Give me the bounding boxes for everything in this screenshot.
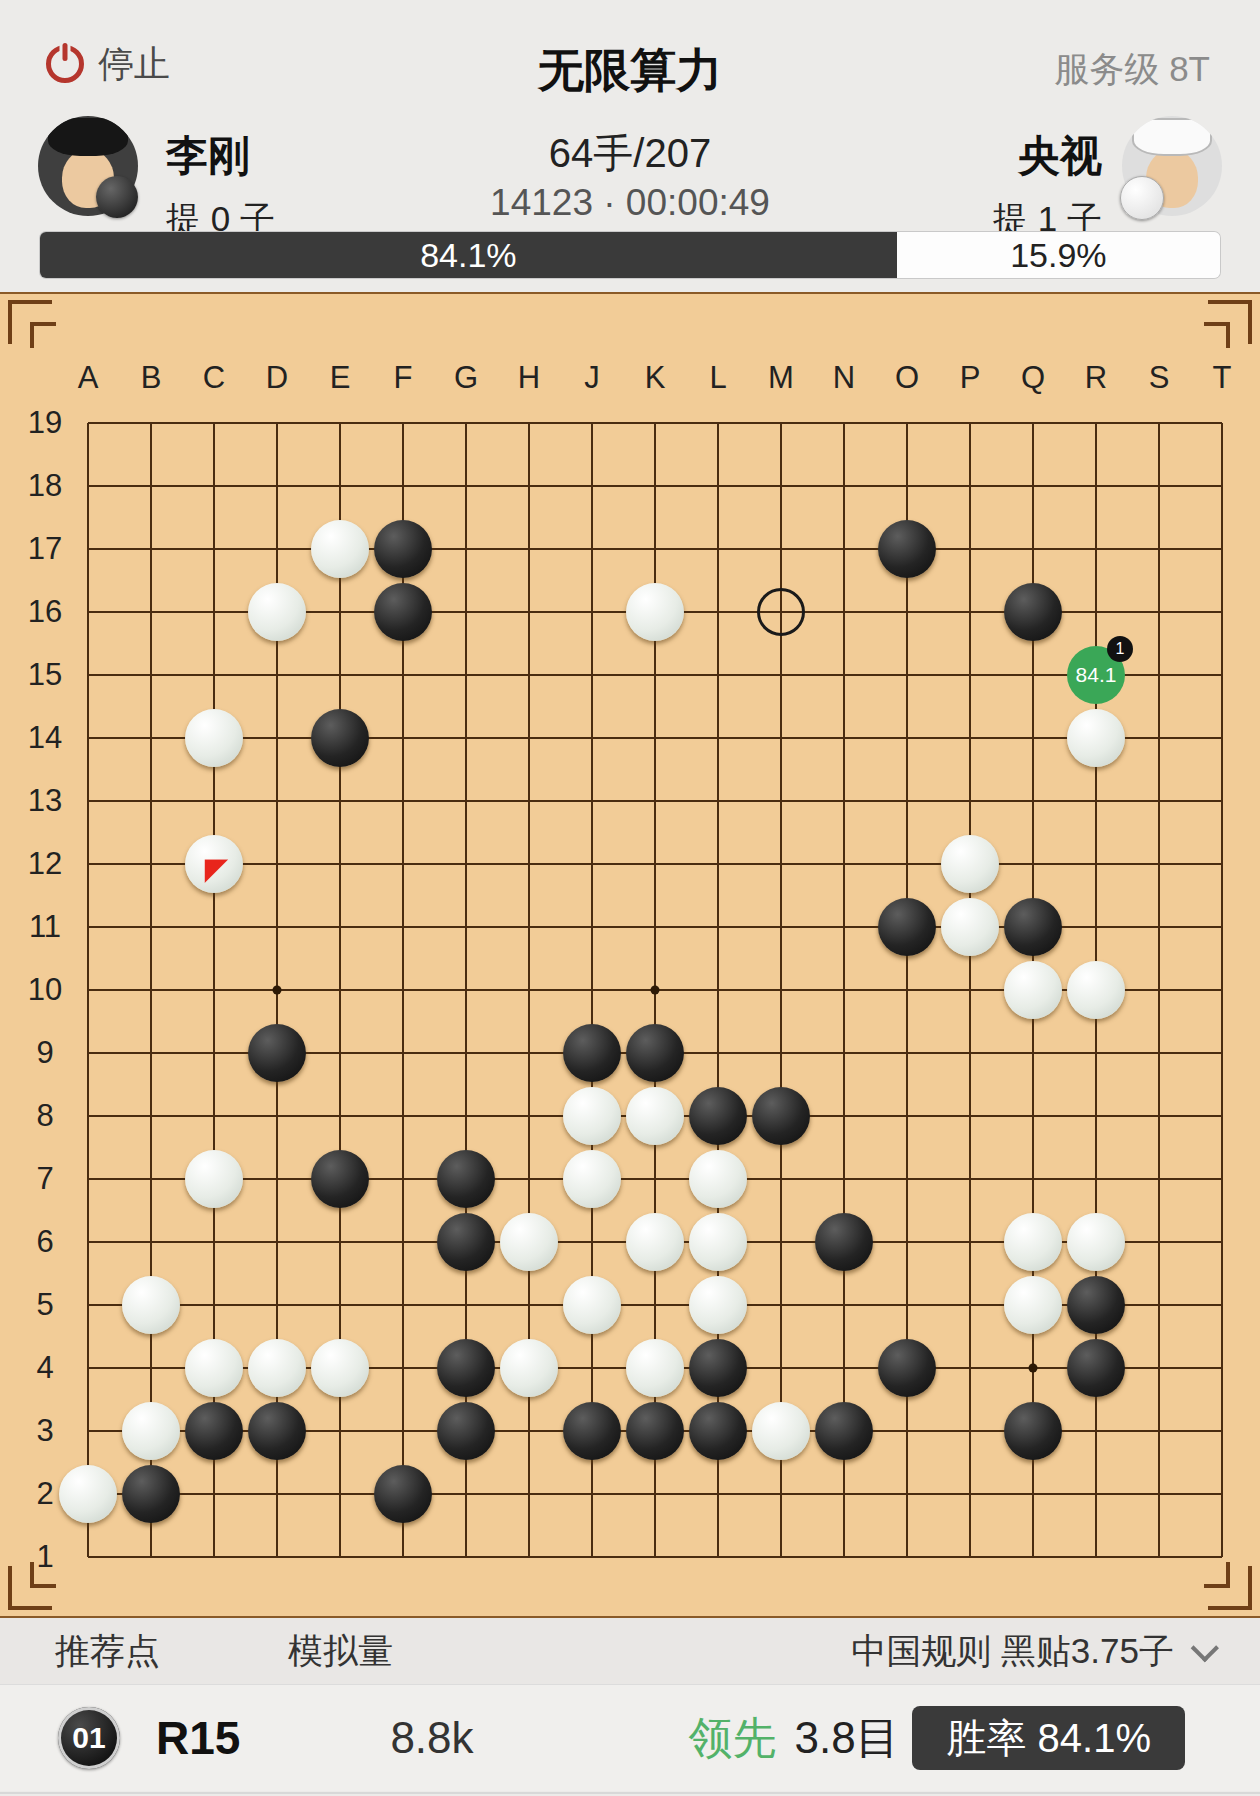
white-avatar-hat (1132, 118, 1212, 156)
white-stone (500, 1213, 558, 1271)
recommended-move: R15 (156, 1711, 240, 1765)
white-stone (248, 1339, 306, 1397)
black-stone (437, 1339, 495, 1397)
black-stone (437, 1402, 495, 1460)
white-stone (626, 583, 684, 641)
column-label: C (183, 360, 246, 396)
top-bar: 停止 无限算力 服务级 8T (0, 0, 1260, 110)
black-stone (752, 1087, 810, 1145)
rules-dropdown[interactable]: 中国规则 黑贴3.75子 (851, 1628, 1212, 1675)
board-field[interactable]: ABCDEFGHJKLMNOPQRST191817161514131211109… (0, 294, 1260, 1616)
lead-value: 3.8目 (795, 1709, 900, 1768)
black-stone (563, 1402, 621, 1460)
white-player-info: 央视 提 1 子 (993, 128, 1102, 243)
black-stone (689, 1087, 747, 1145)
column-label: O (876, 360, 939, 396)
white-stone (122, 1402, 180, 1460)
column-label: D (246, 360, 309, 396)
white-stone (185, 709, 243, 767)
star-point (1029, 1364, 1038, 1373)
column-label: P (939, 360, 1002, 396)
black-stone (878, 520, 936, 578)
column-label: T (1191, 360, 1254, 396)
lead-label: 领先 (689, 1709, 777, 1768)
service-level-label: 服务级 8T (1054, 46, 1210, 93)
row-label: 17 (10, 531, 80, 567)
white-stone (122, 1276, 180, 1334)
white-stone (311, 1339, 369, 1397)
grid-line (1158, 423, 1160, 1557)
white-stone (941, 898, 999, 956)
white-stone (1067, 1213, 1125, 1271)
black-stone (248, 1402, 306, 1460)
winrate-white-label: 15.9% (1010, 236, 1106, 275)
recommendation-row[interactable]: 01 R15 8.8k 领先 3.8目 胜率 84.1% (0, 1684, 1260, 1791)
grid-line (88, 1493, 1222, 1495)
white-stone (689, 1213, 747, 1271)
winrate-black-label: 84.1% (420, 236, 516, 275)
white-stone-indicator (1120, 176, 1164, 220)
rank-badge: 01 (58, 1707, 120, 1769)
white-stone (500, 1339, 558, 1397)
grid-line (843, 423, 845, 1557)
row-label: 8 (10, 1098, 80, 1134)
black-stone (1004, 583, 1062, 641)
white-stone (689, 1276, 747, 1334)
suggestion-rank-badge: 1 (1107, 636, 1133, 662)
simulations-label: 模拟量 (288, 1628, 393, 1675)
white-stone (311, 520, 369, 578)
simulation-count: 8.8k (390, 1713, 473, 1763)
column-label: S (1128, 360, 1191, 396)
black-stone (563, 1024, 621, 1082)
black-stone (374, 1465, 432, 1523)
white-stone (185, 1339, 243, 1397)
grid-line (969, 423, 971, 1557)
white-stone (563, 1087, 621, 1145)
column-label: A (57, 360, 120, 396)
star-point (651, 986, 660, 995)
star-point (273, 986, 282, 995)
row-label: 11 (10, 909, 80, 945)
recommend-points-label: 推荐点 (55, 1628, 160, 1675)
row-label: 16 (10, 594, 80, 630)
white-stone (626, 1339, 684, 1397)
row-label: 14 (10, 720, 80, 756)
row-label: 6 (10, 1224, 80, 1260)
black-stone (689, 1339, 747, 1397)
row-label: 15 (10, 657, 80, 693)
column-label: M (750, 360, 813, 396)
column-label: E (309, 360, 372, 396)
black-stone (311, 1150, 369, 1208)
board-corner-ornament (1208, 1566, 1252, 1610)
row-label: 18 (10, 468, 80, 504)
white-stone (626, 1213, 684, 1271)
black-stone (1067, 1276, 1125, 1334)
black-stone (248, 1024, 306, 1082)
white-stone (563, 1150, 621, 1208)
white-player-name: 央视 (993, 128, 1102, 184)
board-corner-ornament (1208, 300, 1252, 344)
ai-suggestion-marker[interactable]: 84.11 (1067, 646, 1125, 704)
white-stone (185, 1150, 243, 1208)
column-label: R (1065, 360, 1128, 396)
grid-line (88, 1178, 1222, 1180)
black-stone (1004, 898, 1062, 956)
black-stone (185, 1402, 243, 1460)
chevron-down-icon (1191, 1634, 1219, 1662)
go-board[interactable]: ABCDEFGHJKLMNOPQRST191817161514131211109… (0, 292, 1260, 1618)
white-stone (1004, 1276, 1062, 1334)
black-stone (1004, 1402, 1062, 1460)
column-label: L (687, 360, 750, 396)
black-stone (311, 709, 369, 767)
black-stone (374, 520, 432, 578)
black-stone (122, 1465, 180, 1523)
column-label: N (813, 360, 876, 396)
white-stone (59, 1465, 117, 1523)
winrate-white-segment: 15.9% (897, 232, 1220, 278)
row-label: 12 (10, 846, 80, 882)
black-stone (815, 1213, 873, 1271)
column-label: J (561, 360, 624, 396)
white-stone (1004, 1213, 1062, 1271)
winrate-box: 胜率 84.1% (912, 1706, 1185, 1770)
black-stone (626, 1402, 684, 1460)
white-stone (1004, 961, 1062, 1019)
black-stone (437, 1150, 495, 1208)
column-label: K (624, 360, 687, 396)
row-label: 13 (10, 783, 80, 819)
board-corner-ornament (8, 1566, 52, 1610)
row-label: 5 (10, 1287, 80, 1323)
column-label: G (435, 360, 498, 396)
white-stone (563, 1276, 621, 1334)
options-bar: 推荐点 模拟量 中国规则 黑贴3.75子 (0, 1618, 1260, 1684)
bottom-divider (0, 1792, 1260, 1794)
black-stone (374, 583, 432, 641)
column-label: B (120, 360, 183, 396)
white-stone (626, 1087, 684, 1145)
black-stone (815, 1402, 873, 1460)
grid-line (88, 1556, 1222, 1558)
white-stone (941, 835, 999, 893)
white-stone (248, 583, 306, 641)
row-label: 19 (10, 405, 80, 441)
column-label: H (498, 360, 561, 396)
rules-label: 中国规则 黑贴3.75子 (851, 1628, 1174, 1675)
grid-line (1221, 423, 1223, 1557)
black-stone (689, 1402, 747, 1460)
board-corner-ornament (8, 300, 52, 344)
circle-marker (757, 588, 805, 636)
black-stone (437, 1213, 495, 1271)
winrate-black-segment: 84.1% (40, 232, 897, 278)
column-label: Q (1002, 360, 1065, 396)
white-stone (752, 1402, 810, 1460)
row-label: 3 (10, 1413, 80, 1449)
winrate-bar: 84.1% 15.9% (40, 232, 1220, 278)
row-label: 4 (10, 1350, 80, 1386)
black-stone (878, 898, 936, 956)
black-stone (878, 1339, 936, 1397)
row-label: 9 (10, 1035, 80, 1071)
row-label: 7 (10, 1161, 80, 1197)
white-stone (1067, 961, 1125, 1019)
white-stone (689, 1150, 747, 1208)
column-label: F (372, 360, 435, 396)
row-label: 10 (10, 972, 80, 1008)
black-stone (1067, 1339, 1125, 1397)
black-stone (626, 1024, 684, 1082)
white-stone (1067, 709, 1125, 767)
